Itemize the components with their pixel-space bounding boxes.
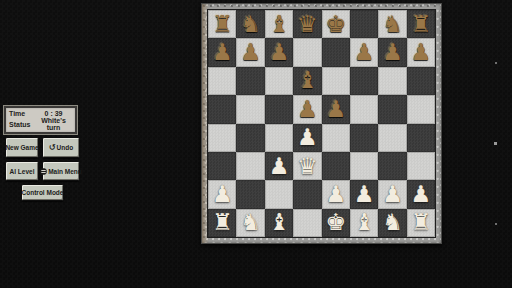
square-b1[interactable]: ♞ (236, 209, 264, 237)
square-g5[interactable] (378, 95, 406, 123)
square-a6[interactable] (208, 67, 236, 95)
square-d8[interactable]: ♛ (293, 10, 321, 38)
white-knight: ♞ (236, 209, 264, 237)
undo-label: Undo (57, 144, 74, 151)
square-b7[interactable]: ♟ (236, 38, 264, 66)
square-c5[interactable] (265, 95, 293, 123)
square-g4[interactable] (378, 124, 406, 152)
square-c1[interactable]: ♝ (265, 209, 293, 237)
time-label: Time (9, 110, 35, 117)
black-pawn: ♟ (293, 95, 321, 123)
square-f5[interactable] (350, 95, 378, 123)
black-pawn: ♟ (407, 38, 435, 66)
screen-edge-dot (495, 223, 497, 225)
square-b3[interactable] (236, 152, 264, 180)
control-panel: Time 0 : 39 Status White's turn New Game… (0, 0, 190, 288)
main-menu-label: Main Menu (48, 168, 82, 175)
white-bishop: ♝ (265, 209, 293, 237)
square-e4[interactable] (322, 124, 350, 152)
undo-icon: ↺ (49, 144, 56, 152)
turn-indicator: White's turn (35, 117, 72, 131)
menu-icon (40, 168, 47, 175)
white-pawn: ♟ (350, 180, 378, 208)
white-pawn: ♟ (322, 180, 350, 208)
square-d2[interactable] (293, 180, 321, 208)
square-h3[interactable] (407, 152, 435, 180)
square-f8[interactable] (350, 10, 378, 38)
square-e7[interactable] (322, 38, 350, 66)
square-d7[interactable] (293, 38, 321, 66)
square-g2[interactable]: ♟ (378, 180, 406, 208)
square-d6[interactable]: ♝ (293, 67, 321, 95)
screen-edge-dot (495, 62, 497, 64)
square-e8[interactable]: ♚ (322, 10, 350, 38)
black-pawn: ♟ (208, 38, 236, 66)
white-king: ♚ (322, 209, 350, 237)
new-game-label: New Game (5, 144, 38, 151)
chess-board: ♜♞♝♛♚♞♜♟♟♟♟♟♟♝♟♟♟♟♛♟♟♟♟♟♜♞♝♚♝♞♜ (208, 10, 435, 237)
square-a4[interactable] (208, 124, 236, 152)
black-pawn: ♟ (322, 95, 350, 123)
white-rook: ♜ (208, 209, 236, 237)
square-f4[interactable] (350, 124, 378, 152)
square-f1[interactable]: ♝ (350, 209, 378, 237)
square-c6[interactable] (265, 67, 293, 95)
new-game-button[interactable]: New Game (5, 137, 39, 158)
square-e1[interactable]: ♚ (322, 209, 350, 237)
square-h4[interactable] (407, 124, 435, 152)
square-a3[interactable] (208, 152, 236, 180)
black-knight: ♞ (378, 10, 406, 38)
square-f3[interactable] (350, 152, 378, 180)
black-pawn: ♟ (350, 38, 378, 66)
square-d3[interactable]: ♛ (293, 152, 321, 180)
black-king: ♚ (322, 10, 350, 38)
control-mode-button[interactable]: Control Mode (21, 184, 64, 201)
square-b8[interactable]: ♞ (236, 10, 264, 38)
black-knight: ♞ (236, 10, 264, 38)
square-g8[interactable]: ♞ (378, 10, 406, 38)
ai-level-label: AI Level (10, 168, 35, 175)
square-c4[interactable] (265, 124, 293, 152)
black-pawn: ♟ (378, 38, 406, 66)
square-h7[interactable]: ♟ (407, 38, 435, 66)
black-queen: ♛ (293, 10, 321, 38)
white-pawn: ♟ (407, 180, 435, 208)
white-pawn: ♟ (378, 180, 406, 208)
square-e2[interactable]: ♟ (322, 180, 350, 208)
square-d4[interactable]: ♟ (293, 124, 321, 152)
square-a7[interactable]: ♟ (208, 38, 236, 66)
square-e5[interactable]: ♟ (322, 95, 350, 123)
square-b4[interactable] (236, 124, 264, 152)
black-bishop: ♝ (293, 67, 321, 95)
square-b5[interactable] (236, 95, 264, 123)
square-f6[interactable] (350, 67, 378, 95)
square-e3[interactable] (322, 152, 350, 180)
white-queen: ♛ (293, 152, 321, 180)
square-g6[interactable] (378, 67, 406, 95)
time-value: 0 : 39 (35, 110, 72, 117)
board-frame: ♜♞♝♛♚♞♜♟♟♟♟♟♟♝♟♟♟♟♛♟♟♟♟♟♜♞♝♚♝♞♜ (201, 3, 442, 244)
square-h6[interactable] (407, 67, 435, 95)
white-pawn: ♟ (265, 152, 293, 180)
white-pawn: ♟ (293, 124, 321, 152)
square-d5[interactable]: ♟ (293, 95, 321, 123)
white-rook: ♜ (407, 209, 435, 237)
black-pawn: ♟ (236, 38, 264, 66)
black-rook: ♜ (208, 10, 236, 38)
square-c8[interactable]: ♝ (265, 10, 293, 38)
square-c7[interactable]: ♟ (265, 38, 293, 66)
square-a5[interactable] (208, 95, 236, 123)
square-g1[interactable]: ♞ (378, 209, 406, 237)
time-row: Time 0 : 39 (9, 110, 72, 117)
white-bishop: ♝ (350, 209, 378, 237)
square-d1[interactable] (293, 209, 321, 237)
white-pawn: ♟ (208, 180, 236, 208)
square-c2[interactable] (265, 180, 293, 208)
square-e6[interactable] (322, 67, 350, 95)
square-f7[interactable]: ♟ (350, 38, 378, 66)
square-b6[interactable] (236, 67, 264, 95)
square-a8[interactable]: ♜ (208, 10, 236, 38)
square-h2[interactable]: ♟ (407, 180, 435, 208)
undo-button[interactable]: ↺ Undo (42, 137, 80, 158)
square-g7[interactable]: ♟ (378, 38, 406, 66)
status-row: Status White's turn (9, 117, 72, 131)
ai-level-button[interactable]: AI Level (5, 161, 39, 181)
main-menu-button[interactable]: Main Menu (42, 161, 80, 181)
square-g3[interactable] (378, 152, 406, 180)
control-mode-label: Control Mode (22, 189, 64, 196)
square-a2[interactable]: ♟ (208, 180, 236, 208)
status-panel: Time 0 : 39 Status White's turn (4, 106, 77, 134)
screen-edge-dot (494, 142, 497, 145)
white-knight: ♞ (378, 209, 406, 237)
square-c3[interactable]: ♟ (265, 152, 293, 180)
black-bishop: ♝ (265, 10, 293, 38)
status-label: Status (9, 121, 35, 128)
square-f2[interactable]: ♟ (350, 180, 378, 208)
black-rook: ♜ (407, 10, 435, 38)
square-b2[interactable] (236, 180, 264, 208)
square-h1[interactable]: ♜ (407, 209, 435, 237)
square-h8[interactable]: ♜ (407, 10, 435, 38)
square-h5[interactable] (407, 95, 435, 123)
black-pawn: ♟ (265, 38, 293, 66)
square-a1[interactable]: ♜ (208, 209, 236, 237)
